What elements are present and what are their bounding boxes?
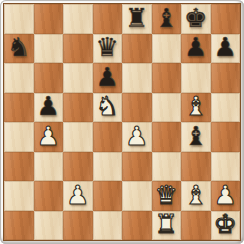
square-d3[interactable] [93,152,123,182]
square-e8[interactable]: ♜ [122,4,152,34]
square-c1[interactable] [63,211,93,241]
square-g6[interactable] [181,63,211,93]
piece-white-pawn[interactable]: ♟ [214,182,237,208]
square-d8[interactable] [93,4,123,34]
piece-black-pawn[interactable]: ♟ [37,93,60,119]
square-h3[interactable] [211,152,241,182]
square-f6[interactable] [152,63,182,93]
square-a6[interactable] [4,63,34,93]
piece-white-knight[interactable]: ♞ [96,93,119,119]
square-d6[interactable]: ♟ [93,63,123,93]
square-g7[interactable]: ♟ [181,34,211,64]
square-g5[interactable]: ♝ [181,93,211,123]
square-d4[interactable] [93,122,123,152]
piece-white-queen[interactable]: ♛ [155,182,178,208]
diagram-frame: ♜♝♚♞♛♟♟♟♟♞♝♟♟♝♟♛♝♟♜♚ [0,0,244,244]
square-e7[interactable] [122,34,152,64]
square-a1[interactable] [4,211,34,241]
square-c6[interactable] [63,63,93,93]
piece-white-bishop[interactable]: ♝ [184,93,207,119]
square-g2[interactable]: ♝ [181,181,211,211]
square-f1[interactable]: ♜ [152,211,182,241]
piece-white-bishop[interactable]: ♝ [184,182,207,208]
square-c4[interactable] [63,122,93,152]
square-g1[interactable] [181,211,211,241]
square-a5[interactable] [4,93,34,123]
square-b6[interactable] [34,63,64,93]
square-e3[interactable] [122,152,152,182]
square-b3[interactable] [34,152,64,182]
square-b4[interactable]: ♟ [34,122,64,152]
piece-black-knight[interactable]: ♞ [7,34,30,60]
piece-white-pawn[interactable]: ♟ [125,123,148,149]
square-g3[interactable] [181,152,211,182]
square-h6[interactable] [211,63,241,93]
square-b8[interactable] [34,4,64,34]
square-e5[interactable] [122,93,152,123]
square-c3[interactable] [63,152,93,182]
square-f4[interactable] [152,122,182,152]
square-a7[interactable]: ♞ [4,34,34,64]
square-h7[interactable]: ♟ [211,34,241,64]
square-a3[interactable] [4,152,34,182]
square-a2[interactable] [4,181,34,211]
square-f2[interactable]: ♛ [152,181,182,211]
square-h4[interactable] [211,122,241,152]
square-e2[interactable] [122,181,152,211]
square-g4[interactable]: ♝ [181,122,211,152]
piece-white-king[interactable]: ♚ [214,211,237,237]
square-h5[interactable] [211,93,241,123]
square-c5[interactable] [63,93,93,123]
square-c2[interactable]: ♟ [63,181,93,211]
square-a4[interactable] [4,122,34,152]
square-f7[interactable] [152,34,182,64]
piece-black-queen[interactable]: ♛ [96,34,119,60]
piece-black-bishop[interactable]: ♝ [155,5,178,31]
square-b7[interactable] [34,34,64,64]
square-d7[interactable]: ♛ [93,34,123,64]
piece-black-king[interactable]: ♚ [184,5,207,31]
piece-white-rook[interactable]: ♜ [155,211,178,237]
square-d1[interactable] [93,211,123,241]
square-a8[interactable] [4,4,34,34]
square-d2[interactable] [93,181,123,211]
square-e1[interactable] [122,211,152,241]
piece-white-pawn[interactable]: ♟ [37,123,60,149]
square-d5[interactable]: ♞ [93,93,123,123]
piece-black-pawn[interactable]: ♟ [214,34,237,60]
piece-white-pawn[interactable]: ♟ [66,182,89,208]
piece-black-bishop[interactable]: ♝ [184,123,207,149]
square-h2[interactable]: ♟ [211,181,241,211]
square-e4[interactable]: ♟ [122,122,152,152]
piece-black-rook[interactable]: ♜ [125,5,148,31]
square-b5[interactable]: ♟ [34,93,64,123]
square-f5[interactable] [152,93,182,123]
piece-black-pawn[interactable]: ♟ [184,34,207,60]
square-h8[interactable] [211,4,241,34]
piece-black-pawn[interactable]: ♟ [96,64,119,90]
square-f3[interactable] [152,152,182,182]
square-f8[interactable]: ♝ [152,4,182,34]
square-b1[interactable] [34,211,64,241]
square-g8[interactable]: ♚ [181,4,211,34]
square-e6[interactable] [122,63,152,93]
chess-board: ♜♝♚♞♛♟♟♟♟♞♝♟♟♝♟♛♝♟♜♚ [3,3,241,241]
square-c8[interactable] [63,4,93,34]
square-c7[interactable] [63,34,93,64]
square-h1[interactable]: ♚ [211,211,241,241]
square-b2[interactable] [34,181,64,211]
